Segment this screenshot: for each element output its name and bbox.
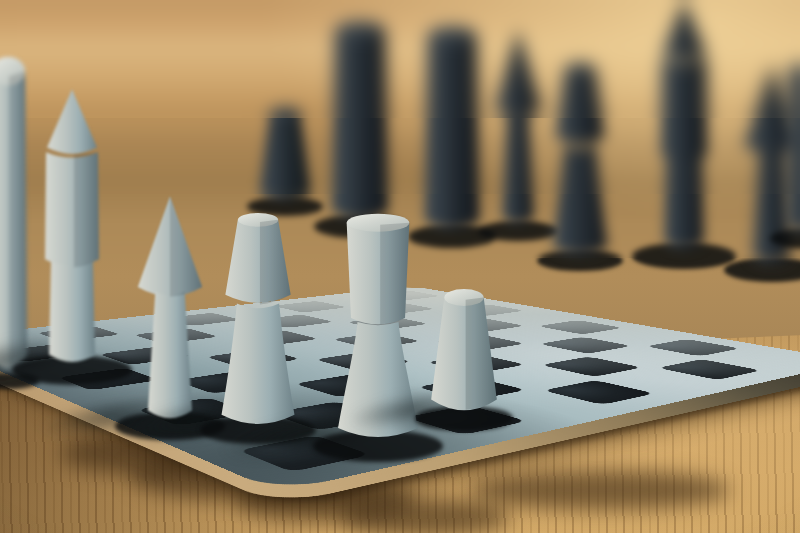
white-knight-piece: [210, 207, 306, 432]
white-pawn-shape: [423, 284, 505, 420]
black-bishop-shape: [485, 27, 551, 232]
black-pawn-shape: [253, 103, 317, 208]
black-knight-piece: [544, 57, 616, 262]
piece-cast-shadow: [340, 498, 510, 533]
black-king-shape: [641, 0, 727, 258]
black-knight-shape: [544, 57, 616, 262]
black-king-piece: [641, 0, 727, 258]
white-king-shape: [22, 87, 122, 372]
white-knight-shape: [210, 207, 306, 432]
piece-cast-shadow: [470, 470, 730, 510]
black-pawn-piece: [253, 103, 317, 208]
black-rook-shape: [777, 60, 800, 240]
white-bishop-shape: [124, 193, 216, 428]
white-king-piece: [22, 87, 122, 372]
black-rook-shape: [415, 23, 489, 238]
black-rook-piece: [322, 18, 398, 228]
black-bishop-piece: [485, 27, 551, 232]
white-pawn-piece: [423, 284, 505, 420]
black-rook-piece: [415, 23, 489, 238]
black-rook-piece: [777, 60, 800, 240]
white-bishop-piece: [124, 193, 216, 428]
photo-scene: [0, 0, 800, 533]
black-rook-shape: [322, 18, 398, 228]
